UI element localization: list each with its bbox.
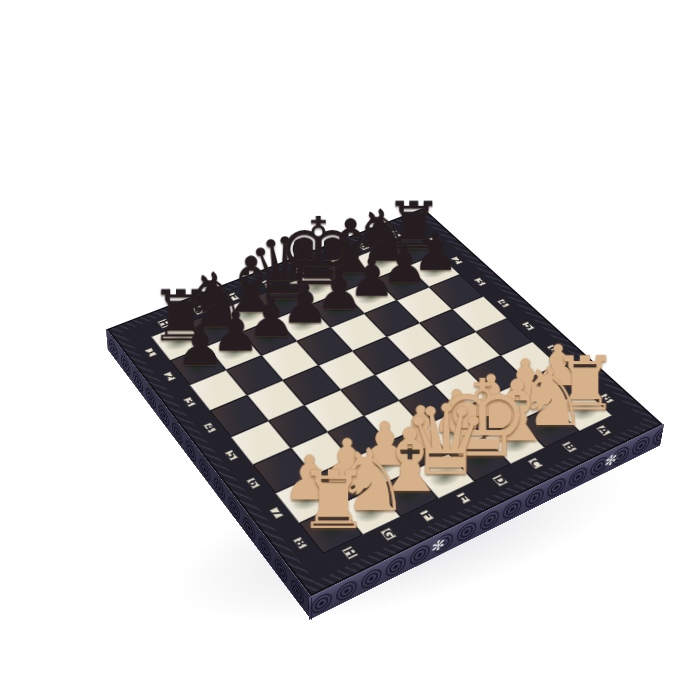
rank-label-8: 8 <box>293 537 308 550</box>
rank-label-5: 5 <box>224 449 238 460</box>
flower-clasp-icon: ✻ <box>431 536 446 556</box>
coordinate-text: G <box>380 528 397 541</box>
rank-label-4: 4 <box>497 299 510 308</box>
coordinate-text: 4 <box>497 299 511 307</box>
coordinate-text: A <box>595 425 611 436</box>
coordinate-text: B <box>562 441 578 452</box>
coordinate-text: 5 <box>521 322 535 331</box>
coordinate-text: 1 <box>144 348 158 357</box>
coordinate-text: H <box>341 546 359 559</box>
rank-label-7: 7 <box>269 507 284 519</box>
rank-label-1: 1 <box>144 347 157 357</box>
file-label-g: G <box>380 527 397 540</box>
rank-label-3: 3 <box>473 277 486 286</box>
coordinate-text: 8 <box>292 537 308 549</box>
chess-set-photo: HGFEDCBA1♜♞♝♛♚♝♞♜12♟♟♟♟♟♟♟♟2334455667♟♟♟… <box>0 0 700 700</box>
flower-clasp-icon: ✻ <box>604 451 618 470</box>
piece-white-rook[interactable]: ♜ <box>297 460 369 540</box>
piece-black-pawn[interactable]: ♟ <box>175 318 225 374</box>
coordinate-text: E <box>456 492 472 503</box>
file-label-a: A <box>596 425 612 436</box>
file-label-h: H <box>341 546 358 560</box>
coordinate-text: 3 <box>182 397 197 407</box>
rank-label-4: 4 <box>203 422 217 433</box>
coordinate-text: 4 <box>202 423 217 433</box>
coordinate-text: 6 <box>245 478 261 489</box>
coordinate-text: 5 <box>224 450 239 460</box>
coordinate-text: D <box>491 475 508 487</box>
file-label-d: D <box>492 474 508 486</box>
file-label-b: B <box>562 441 578 453</box>
coordinate-text: 7 <box>268 507 284 518</box>
coordinate-text: F <box>419 510 435 521</box>
file-label-f: F <box>419 510 434 522</box>
rank-label-3: 3 <box>183 397 196 408</box>
file-label-e: E <box>456 492 471 504</box>
coordinate-text: 3 <box>473 278 487 286</box>
rank-label-6: 6 <box>246 477 260 489</box>
coordinate-text: 2 <box>162 372 177 381</box>
rank-label-5: 5 <box>521 321 535 330</box>
rank-label-2: 2 <box>163 371 176 381</box>
